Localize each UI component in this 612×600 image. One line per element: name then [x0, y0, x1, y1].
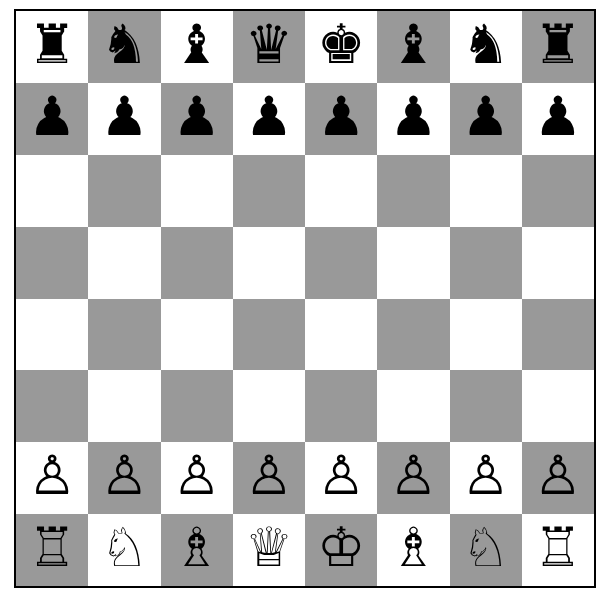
piece-black-pawn: ♟ [389, 90, 437, 144]
piece-black-pawn: ♟ [461, 90, 509, 144]
piece-black-knight: ♞ [100, 18, 148, 72]
piece-white-queen: ♕ [245, 521, 293, 575]
square-h2[interactable]: ♙ [522, 442, 594, 514]
square-f6[interactable] [377, 155, 449, 227]
page: ♜♞♝♛♚♝♞♜♟♟♟♟♟♟♟♟♙♙♙♙♙♙♙♙♖♘♗♕♔♗♘♖ [0, 0, 612, 600]
square-a6[interactable] [16, 155, 88, 227]
piece-white-pawn: ♙ [461, 449, 509, 503]
square-g4[interactable] [450, 299, 522, 371]
square-h3[interactable] [522, 370, 594, 442]
piece-black-bishop: ♝ [389, 18, 437, 72]
square-e4[interactable] [305, 299, 377, 371]
square-b7[interactable]: ♟ [88, 83, 160, 155]
piece-white-rook: ♖ [28, 521, 76, 575]
square-f1[interactable]: ♗ [377, 514, 449, 586]
square-e5[interactable] [305, 227, 377, 299]
square-c3[interactable] [161, 370, 233, 442]
chess-board: ♜♞♝♛♚♝♞♜♟♟♟♟♟♟♟♟♙♙♙♙♙♙♙♙♖♘♗♕♔♗♘♖ [14, 9, 596, 588]
square-h4[interactable] [522, 299, 594, 371]
piece-white-pawn: ♙ [534, 449, 582, 503]
square-d3[interactable] [233, 370, 305, 442]
square-c6[interactable] [161, 155, 233, 227]
square-h1[interactable]: ♖ [522, 514, 594, 586]
square-g3[interactable] [450, 370, 522, 442]
square-g2[interactable]: ♙ [450, 442, 522, 514]
piece-white-knight: ♘ [100, 521, 148, 575]
square-e3[interactable] [305, 370, 377, 442]
piece-white-bishop: ♗ [172, 521, 220, 575]
square-e2[interactable]: ♙ [305, 442, 377, 514]
square-c4[interactable] [161, 299, 233, 371]
piece-black-rook: ♜ [28, 18, 76, 72]
square-a5[interactable] [16, 227, 88, 299]
square-f3[interactable] [377, 370, 449, 442]
square-a3[interactable] [16, 370, 88, 442]
square-a1[interactable]: ♖ [16, 514, 88, 586]
square-a7[interactable]: ♟ [16, 83, 88, 155]
square-h6[interactable] [522, 155, 594, 227]
piece-black-queen: ♛ [245, 18, 293, 72]
square-b4[interactable] [88, 299, 160, 371]
square-c7[interactable]: ♟ [161, 83, 233, 155]
square-h7[interactable]: ♟ [522, 83, 594, 155]
square-d8[interactable]: ♛ [233, 11, 305, 83]
square-g5[interactable] [450, 227, 522, 299]
piece-white-pawn: ♙ [245, 449, 293, 503]
piece-white-pawn: ♙ [172, 449, 220, 503]
square-g7[interactable]: ♟ [450, 83, 522, 155]
square-b5[interactable] [88, 227, 160, 299]
piece-black-knight: ♞ [461, 18, 509, 72]
square-e7[interactable]: ♟ [305, 83, 377, 155]
square-d6[interactable] [233, 155, 305, 227]
square-a4[interactable] [16, 299, 88, 371]
square-b2[interactable]: ♙ [88, 442, 160, 514]
square-b6[interactable] [88, 155, 160, 227]
square-e1[interactable]: ♔ [305, 514, 377, 586]
square-a8[interactable]: ♜ [16, 11, 88, 83]
piece-black-bishop: ♝ [172, 18, 220, 72]
piece-white-king: ♔ [317, 521, 365, 575]
square-c2[interactable]: ♙ [161, 442, 233, 514]
square-d4[interactable] [233, 299, 305, 371]
square-b3[interactable] [88, 370, 160, 442]
square-f8[interactable]: ♝ [377, 11, 449, 83]
piece-black-rook: ♜ [534, 18, 582, 72]
square-d2[interactable]: ♙ [233, 442, 305, 514]
piece-white-pawn: ♙ [28, 449, 76, 503]
square-f4[interactable] [377, 299, 449, 371]
square-f7[interactable]: ♟ [377, 83, 449, 155]
square-f2[interactable]: ♙ [377, 442, 449, 514]
square-d5[interactable] [233, 227, 305, 299]
square-d7[interactable]: ♟ [233, 83, 305, 155]
square-e8[interactable]: ♚ [305, 11, 377, 83]
square-d1[interactable]: ♕ [233, 514, 305, 586]
square-g8[interactable]: ♞ [450, 11, 522, 83]
piece-black-pawn: ♟ [245, 90, 293, 144]
square-g1[interactable]: ♘ [450, 514, 522, 586]
square-c8[interactable]: ♝ [161, 11, 233, 83]
piece-black-pawn: ♟ [28, 90, 76, 144]
piece-white-pawn: ♙ [389, 449, 437, 503]
square-f5[interactable] [377, 227, 449, 299]
piece-white-pawn: ♙ [317, 449, 365, 503]
piece-black-pawn: ♟ [317, 90, 365, 144]
square-b1[interactable]: ♘ [88, 514, 160, 586]
square-a2[interactable]: ♙ [16, 442, 88, 514]
square-b8[interactable]: ♞ [88, 11, 160, 83]
square-g6[interactable] [450, 155, 522, 227]
square-e6[interactable] [305, 155, 377, 227]
square-h8[interactable]: ♜ [522, 11, 594, 83]
piece-black-pawn: ♟ [100, 90, 148, 144]
piece-white-bishop: ♗ [389, 521, 437, 575]
piece-white-rook: ♖ [534, 521, 582, 575]
square-h5[interactable] [522, 227, 594, 299]
piece-white-pawn: ♙ [100, 449, 148, 503]
piece-white-knight: ♘ [461, 521, 509, 575]
piece-black-king: ♚ [317, 18, 365, 72]
square-c1[interactable]: ♗ [161, 514, 233, 586]
square-c5[interactable] [161, 227, 233, 299]
piece-black-pawn: ♟ [172, 90, 220, 144]
piece-black-pawn: ♟ [534, 90, 582, 144]
